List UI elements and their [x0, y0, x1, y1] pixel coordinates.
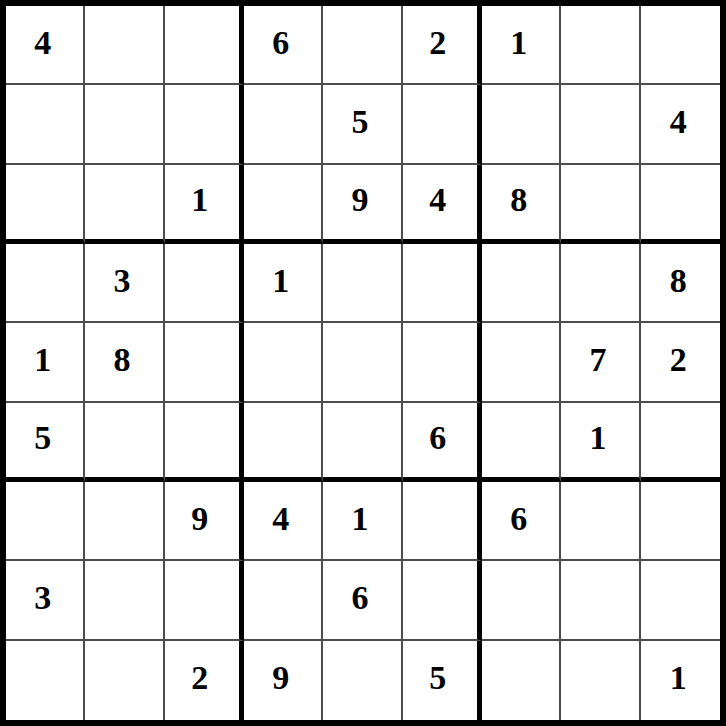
given-digit: 8: [113, 343, 130, 377]
sudoku-cell-r5c6[interactable]: [403, 323, 482, 402]
given-digit: 5: [429, 661, 446, 695]
sudoku-cell-r8c6[interactable]: [403, 561, 482, 640]
sudoku-cell-r5c7[interactable]: [482, 323, 561, 402]
sudoku-cell-r1c5[interactable]: [323, 6, 402, 85]
sudoku-cell-r9c3[interactable]: 2: [165, 641, 244, 720]
sudoku-cell-r7c9[interactable]: [641, 482, 720, 561]
sudoku-cell-r5c9[interactable]: 2: [641, 323, 720, 402]
sudoku-cell-r4c3[interactable]: [165, 244, 244, 323]
sudoku-cell-r7c2[interactable]: [85, 482, 164, 561]
sudoku-cell-r3c8[interactable]: [561, 165, 640, 244]
sudoku-cell-r6c5[interactable]: [323, 403, 402, 482]
given-digit: 1: [272, 264, 289, 298]
given-digit: 1: [34, 343, 51, 377]
sudoku-cell-r8c5[interactable]: 6: [323, 561, 402, 640]
sudoku-cell-r5c5[interactable]: [323, 323, 402, 402]
sudoku-cell-r1c4[interactable]: 6: [244, 6, 323, 85]
sudoku-cell-r1c9[interactable]: [641, 6, 720, 85]
sudoku-cell-r8c1[interactable]: 3: [6, 561, 85, 640]
sudoku-cell-r9c2[interactable]: [85, 641, 164, 720]
given-digit: 9: [272, 661, 289, 695]
sudoku-cell-r5c4[interactable]: [244, 323, 323, 402]
sudoku-board: 462154194831818725619416362951: [0, 0, 726, 726]
sudoku-cell-r3c5[interactable]: 9: [323, 165, 402, 244]
given-digit: 1: [351, 502, 368, 536]
given-digit: 6: [429, 421, 446, 455]
sudoku-cell-r3c3[interactable]: 1: [165, 165, 244, 244]
given-digit: 3: [113, 264, 130, 298]
sudoku-cell-r7c8[interactable]: [561, 482, 640, 561]
sudoku-cell-r1c1[interactable]: 4: [6, 6, 85, 85]
given-digit: 2: [670, 343, 687, 377]
given-digit: 1: [670, 661, 687, 695]
sudoku-cell-r5c2[interactable]: 8: [85, 323, 164, 402]
sudoku-cell-r2c2[interactable]: [85, 85, 164, 164]
sudoku-cell-r3c7[interactable]: 8: [482, 165, 561, 244]
sudoku-cell-r9c9[interactable]: 1: [641, 641, 720, 720]
sudoku-cell-r7c5[interactable]: 1: [323, 482, 402, 561]
sudoku-cell-r4c5[interactable]: [323, 244, 402, 323]
sudoku-cell-r6c2[interactable]: [85, 403, 164, 482]
sudoku-cell-r8c2[interactable]: [85, 561, 164, 640]
sudoku-cell-r6c4[interactable]: [244, 403, 323, 482]
given-digit: 8: [510, 183, 527, 217]
sudoku-cell-r4c7[interactable]: [482, 244, 561, 323]
sudoku-cell-r5c8[interactable]: 7: [561, 323, 640, 402]
sudoku-cell-r2c1[interactable]: [6, 85, 85, 164]
sudoku-cell-r9c6[interactable]: 5: [403, 641, 482, 720]
sudoku-cell-r5c3[interactable]: [165, 323, 244, 402]
sudoku-cell-r7c4[interactable]: 4: [244, 482, 323, 561]
sudoku-cell-r3c6[interactable]: 4: [403, 165, 482, 244]
sudoku-cell-r1c7[interactable]: 1: [482, 6, 561, 85]
given-digit: 3: [34, 581, 51, 615]
sudoku-cell-r2c5[interactable]: 5: [323, 85, 402, 164]
given-digit: 6: [272, 26, 289, 60]
given-digit: 4: [272, 502, 289, 536]
sudoku-cell-r6c7[interactable]: [482, 403, 561, 482]
sudoku-cell-r3c1[interactable]: [6, 165, 85, 244]
sudoku-cell-r1c3[interactable]: [165, 6, 244, 85]
given-digit: 2: [191, 661, 208, 695]
sudoku-cell-r6c6[interactable]: 6: [403, 403, 482, 482]
given-digit: 2: [429, 26, 446, 60]
sudoku-cell-r3c9[interactable]: [641, 165, 720, 244]
given-digit: 8: [670, 264, 687, 298]
sudoku-cell-r2c6[interactable]: [403, 85, 482, 164]
sudoku-cell-r1c8[interactable]: [561, 6, 640, 85]
sudoku-cell-r2c7[interactable]: [482, 85, 561, 164]
sudoku-cell-r8c9[interactable]: [641, 561, 720, 640]
given-digit: 6: [510, 502, 527, 536]
sudoku-cell-r8c8[interactable]: [561, 561, 640, 640]
sudoku-cell-r3c4[interactable]: [244, 165, 323, 244]
sudoku-cell-r8c4[interactable]: [244, 561, 323, 640]
sudoku-cell-r9c4[interactable]: 9: [244, 641, 323, 720]
sudoku-cell-r9c8[interactable]: [561, 641, 640, 720]
sudoku-cell-r9c7[interactable]: [482, 641, 561, 720]
given-digit: 1: [510, 26, 527, 60]
given-digit: 5: [351, 105, 368, 139]
sudoku-cell-r8c7[interactable]: [482, 561, 561, 640]
sudoku-cell-r1c6[interactable]: 2: [403, 6, 482, 85]
sudoku-cell-r7c7[interactable]: 6: [482, 482, 561, 561]
sudoku-cell-r4c1[interactable]: [6, 244, 85, 323]
sudoku-cell-r2c9[interactable]: 4: [641, 85, 720, 164]
given-digit: 6: [351, 581, 368, 615]
sudoku-cell-r6c1[interactable]: 5: [6, 403, 85, 482]
sudoku-cell-r7c3[interactable]: 9: [165, 482, 244, 561]
sudoku-cell-r6c9[interactable]: [641, 403, 720, 482]
sudoku-cell-r4c4[interactable]: 1: [244, 244, 323, 323]
sudoku-cell-r5c1[interactable]: 1: [6, 323, 85, 402]
sudoku-cell-r4c2[interactable]: 3: [85, 244, 164, 323]
given-digit: 1: [589, 421, 606, 455]
sudoku-cell-r7c6[interactable]: [403, 482, 482, 561]
sudoku-cell-r9c5[interactable]: [323, 641, 402, 720]
given-digit: 4: [670, 105, 687, 139]
given-digit: 5: [34, 421, 51, 455]
given-digit: 4: [429, 183, 446, 217]
given-digit: 9: [191, 502, 208, 536]
sudoku-cell-r3c2[interactable]: [85, 165, 164, 244]
sudoku-cell-r7c1[interactable]: [6, 482, 85, 561]
sudoku-cell-r6c3[interactable]: [165, 403, 244, 482]
sudoku-cell-r8c3[interactable]: [165, 561, 244, 640]
sudoku-cell-r9c1[interactable]: [6, 641, 85, 720]
given-digit: 1: [191, 183, 208, 217]
sudoku-cell-r1c2[interactable]: [85, 6, 164, 85]
given-digit: 7: [589, 343, 606, 377]
sudoku-cell-r4c9[interactable]: 8: [641, 244, 720, 323]
sudoku-cell-r6c8[interactable]: 1: [561, 403, 640, 482]
given-digit: 4: [34, 26, 51, 60]
sudoku-cell-r4c8[interactable]: [561, 244, 640, 323]
sudoku-cell-r2c4[interactable]: [244, 85, 323, 164]
given-digit: 9: [351, 183, 368, 217]
sudoku-cell-r2c8[interactable]: [561, 85, 640, 164]
sudoku-cell-r2c3[interactable]: [165, 85, 244, 164]
sudoku-cell-r4c6[interactable]: [403, 244, 482, 323]
